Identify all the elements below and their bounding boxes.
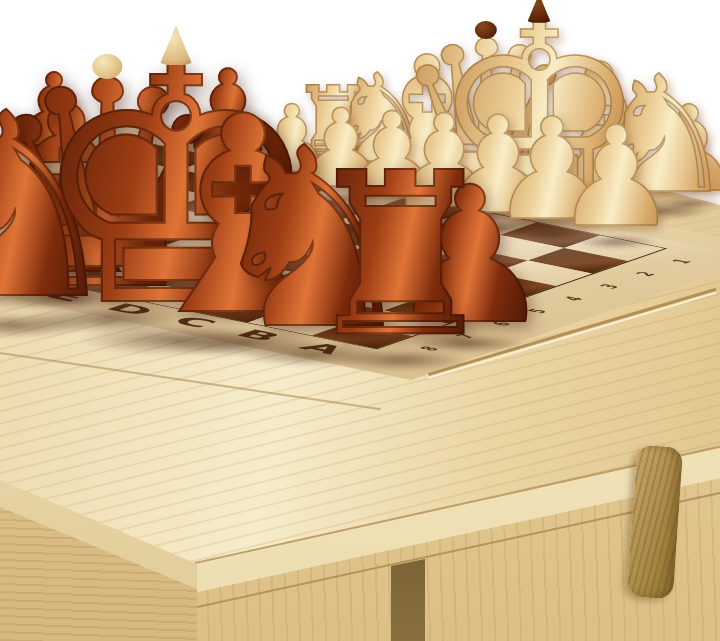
black-rook-a8: ♜: [299, 143, 501, 368]
chess-table-photo: HGFEDCBA 12345678 ♞♝♛♚♝♞♜♟♟♟♜♞♝♛♚♝♞♟♟♟♟♟…: [0, 0, 720, 641]
black-rook-glyph: ♜: [299, 143, 501, 368]
pieces-layer: ♞♝♛♚♝♞♜♟♟♟♜♞♝♛♚♝♞♟♟♟♟♟♟♟♟: [0, 0, 720, 641]
white-pawn-b2: ♟: [554, 109, 678, 247]
white-pawn-glyph: ♟: [554, 109, 678, 247]
